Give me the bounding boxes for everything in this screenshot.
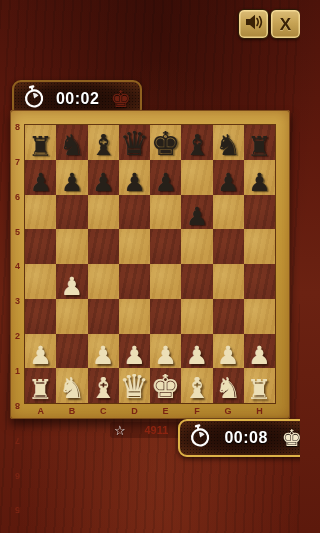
piece-black-pawn[interactable]: ♟ — [248, 170, 270, 195]
piece-black-bishop[interactable]: ♝ — [90, 131, 116, 160]
rank-label-5: 5 — [10, 492, 25, 527]
piece-white-pawn[interactable]: ♟ — [217, 343, 239, 368]
star-icon: ☆ — [114, 424, 126, 437]
white-king-icon: ♚ — [281, 427, 300, 450]
file-label-C: C — [88, 406, 119, 416]
square-g2[interactable]: ♟ — [213, 334, 244, 369]
file-label-F: F — [181, 406, 212, 416]
square-c7[interactable]: ♟ — [88, 160, 119, 195]
square-e2[interactable]: ♟ — [150, 334, 181, 369]
square-d3[interactable] — [119, 299, 150, 334]
square-e4[interactable] — [150, 264, 181, 299]
piece-white-rook[interactable]: ♜ — [29, 376, 53, 403]
square-h4[interactable] — [244, 264, 275, 299]
piece-white-pawn[interactable]: ♟ — [61, 274, 83, 299]
square-d1[interactable]: ♛ — [119, 368, 150, 403]
file-label-A: A — [25, 406, 56, 416]
square-c3[interactable] — [88, 299, 119, 334]
file-label-H: H — [244, 406, 275, 416]
piece-white-bishop[interactable]: ♝ — [184, 374, 210, 403]
square-b5[interactable] — [56, 229, 87, 264]
rank-label-7: 7 — [10, 145, 25, 180]
white-clock: 00:08 — [218, 429, 274, 447]
rank-label-5: 5 — [10, 214, 25, 249]
square-d8[interactable]: ♛ — [119, 125, 150, 160]
square-h5[interactable] — [244, 229, 275, 264]
piece-black-pawn[interactable]: ♟ — [217, 170, 239, 195]
square-g6[interactable] — [213, 195, 244, 230]
piece-black-bishop[interactable]: ♝ — [184, 131, 210, 160]
square-a1[interactable]: ♜ — [25, 368, 56, 403]
piece-white-queen[interactable]: ♛ — [120, 370, 150, 403]
square-a5[interactable] — [25, 229, 56, 264]
piece-white-pawn[interactable]: ♟ — [154, 343, 176, 368]
square-g3[interactable] — [213, 299, 244, 334]
piece-white-knight[interactable]: ♞ — [215, 374, 241, 403]
square-b8[interactable]: ♞ — [56, 125, 87, 160]
square-f5[interactable] — [181, 229, 212, 264]
piece-white-pawn[interactable]: ♟ — [123, 343, 145, 368]
rank-label-3: 3 — [10, 284, 25, 319]
piece-black-queen[interactable]: ♛ — [120, 127, 150, 160]
square-d2[interactable]: ♟ — [119, 334, 150, 369]
square-f6[interactable]: ♟ — [181, 195, 212, 230]
score-value: 4911 — [133, 424, 180, 436]
square-e1[interactable]: ♚ — [150, 368, 181, 403]
close-button[interactable]: X — [270, 9, 300, 39]
square-d6[interactable] — [119, 195, 150, 230]
square-d7[interactable]: ♟ — [119, 160, 150, 195]
piece-white-bishop[interactable]: ♝ — [90, 374, 116, 403]
square-b3[interactable] — [56, 299, 87, 334]
square-g7[interactable]: ♟ — [213, 160, 244, 195]
square-b1[interactable]: ♞ — [56, 368, 87, 403]
piece-black-king[interactable]: ♚ — [151, 127, 181, 160]
piece-black-knight[interactable]: ♞ — [59, 131, 85, 160]
square-b4[interactable]: ♟ — [56, 264, 87, 299]
square-a6[interactable] — [25, 195, 56, 230]
square-h7[interactable]: ♟ — [244, 160, 275, 195]
square-f7[interactable] — [181, 160, 212, 195]
square-h6[interactable] — [244, 195, 275, 230]
square-c1[interactable]: ♝ — [88, 368, 119, 403]
rank-label-6: 6 — [10, 180, 25, 215]
square-d4[interactable] — [119, 264, 150, 299]
square-h2[interactable]: ♟ — [244, 334, 275, 369]
file-label-B: B — [56, 406, 87, 416]
piece-white-rook[interactable]: ♜ — [247, 376, 271, 403]
rank-label-6: 6 — [10, 458, 25, 493]
square-c8[interactable]: ♝ — [88, 125, 119, 160]
piece-white-knight[interactable]: ♞ — [59, 374, 85, 403]
piece-black-pawn[interactable]: ♟ — [123, 170, 145, 195]
piece-white-pawn[interactable]: ♟ — [29, 343, 51, 368]
square-e6[interactable] — [150, 195, 181, 230]
piece-black-rook[interactable]: ♜ — [247, 133, 271, 160]
piece-white-pawn[interactable]: ♟ — [92, 343, 114, 368]
rank-labels-right: 87654321 — [10, 388, 25, 533]
piece-black-pawn[interactable]: ♟ — [186, 204, 208, 229]
square-f1[interactable]: ♝ — [181, 368, 212, 403]
square-f4[interactable] — [181, 264, 212, 299]
square-g5[interactable] — [213, 229, 244, 264]
square-f2[interactable]: ♟ — [181, 334, 212, 369]
rank-label-8: 8 — [10, 110, 25, 145]
piece-black-pawn[interactable]: ♟ — [61, 170, 83, 195]
square-h3[interactable] — [244, 299, 275, 334]
square-g1[interactable]: ♞ — [213, 368, 244, 403]
piece-black-pawn[interactable]: ♟ — [154, 170, 176, 195]
piece-black-pawn[interactable]: ♟ — [92, 170, 114, 195]
square-g4[interactable] — [213, 264, 244, 299]
piece-white-king[interactable]: ♚ — [151, 370, 181, 403]
square-e8[interactable]: ♚ — [150, 125, 181, 160]
square-a7[interactable]: ♟ — [25, 160, 56, 195]
square-a3[interactable] — [25, 299, 56, 334]
file-label-G: G — [213, 406, 244, 416]
piece-white-pawn[interactable]: ♟ — [248, 343, 270, 368]
square-e7[interactable]: ♟ — [150, 160, 181, 195]
square-f3[interactable] — [181, 299, 212, 334]
square-c2[interactable]: ♟ — [88, 334, 119, 369]
square-c5[interactable] — [88, 229, 119, 264]
stopwatch-icon — [23, 85, 45, 113]
rank-label-4: 4 — [10, 249, 25, 284]
rank-label-4: 4 — [10, 527, 25, 533]
close-icon: X — [280, 16, 291, 33]
square-b7[interactable]: ♟ — [56, 160, 87, 195]
speaker-icon — [245, 14, 263, 34]
square-e5[interactable] — [150, 229, 181, 264]
square-h1[interactable]: ♜ — [244, 368, 275, 403]
square-c6[interactable] — [88, 195, 119, 230]
piece-black-pawn[interactable]: ♟ — [29, 170, 51, 195]
square-b2[interactable] — [56, 334, 87, 369]
square-h8[interactable]: ♜ — [244, 125, 275, 160]
white-timer-panel: 00:08 ♚ — [178, 419, 300, 457]
rank-label-1: 1 — [10, 353, 25, 388]
chess-app-screen: { "game": "chess", "position": { "fen": … — [0, 0, 300, 533]
file-label-D: D — [119, 406, 150, 416]
square-f8[interactable]: ♝ — [181, 125, 212, 160]
rank-label-2: 2 — [10, 319, 25, 354]
square-e3[interactable] — [150, 299, 181, 334]
black-clock: 00:02 — [52, 90, 103, 108]
chess-board: 87654321 ♜♞♝♛♚♝♞♜♟♟♟♟♟♟♟♟♟♟♟♟♟♟♟♟♜♞♝♛♚♝♞… — [10, 110, 290, 419]
square-a4[interactable] — [25, 264, 56, 299]
rank-label-7: 7 — [10, 423, 25, 458]
square-a2[interactable]: ♟ — [25, 334, 56, 369]
rank-labels-left: 87654321 — [10, 110, 25, 388]
board-squares: ♜♞♝♛♚♝♞♜♟♟♟♟♟♟♟♟♟♟♟♟♟♟♟♟♜♞♝♛♚♝♞♜ — [25, 125, 275, 403]
sound-button[interactable] — [238, 9, 269, 39]
piece-black-knight[interactable]: ♞ — [215, 131, 241, 160]
score-strip: ☆ 4911 — [110, 422, 184, 438]
square-d5[interactable] — [119, 229, 150, 264]
piece-black-rook[interactable]: ♜ — [29, 133, 53, 160]
rank-label-8: 8 — [10, 388, 25, 423]
file-label-E: E — [150, 406, 181, 416]
square-a8[interactable]: ♜ — [25, 125, 56, 160]
stopwatch-icon — [189, 424, 211, 452]
square-c4[interactable] — [88, 264, 119, 299]
black-king-icon: ♚ — [110, 88, 131, 111]
square-g8[interactable]: ♞ — [213, 125, 244, 160]
piece-white-pawn[interactable]: ♟ — [186, 343, 208, 368]
square-b6[interactable] — [56, 195, 87, 230]
